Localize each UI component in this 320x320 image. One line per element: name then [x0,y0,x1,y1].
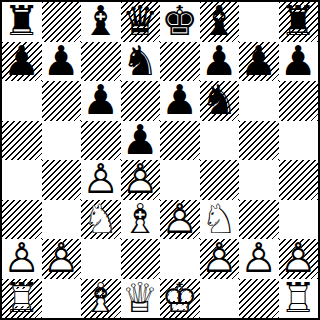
black-pawn[interactable]: ♟ [121,121,161,161]
square-b8[interactable] [42,2,82,42]
square-c1[interactable]: ♝♗ [81,279,121,319]
white-pawn[interactable]: ♟♙ [200,239,240,279]
white-bishop-glyph: ♗ [81,279,121,319]
black-queen[interactable]: ♛ [121,2,161,42]
square-e8[interactable]: ♚ [160,2,200,42]
square-e2[interactable] [160,239,200,279]
white-pawn[interactable]: ♟♙ [239,239,279,279]
square-d7[interactable]: ♞ [121,42,161,82]
black-knight[interactable]: ♞ [121,42,161,82]
black-pawn[interactable]: ♟ [239,42,279,82]
square-e6[interactable]: ♟ [160,81,200,121]
square-g7[interactable]: ♟ [239,42,279,82]
square-g1[interactable] [239,279,279,319]
square-f1[interactable] [200,279,240,319]
white-pawn-glyph: ♙ [81,160,121,200]
square-b6[interactable] [42,81,82,121]
white-pawn[interactable]: ♟♙ [160,200,200,240]
square-h6[interactable] [279,81,319,121]
square-c5[interactable] [81,121,121,161]
black-rook[interactable]: ♜ [279,2,319,42]
chess-board: ♜♝♛♚♝♜♟♟♞♟♟♟♟♟♞♟♟♙♟♙♞♘♝♗♟♙♞♘♟♙♟♙♟♙♟♙♟♙♜♖… [0,0,320,320]
white-rook-glyph: ♖ [279,279,319,319]
square-g8[interactable] [239,2,279,42]
black-pawn[interactable]: ♟ [279,42,319,82]
square-d8[interactable]: ♛ [121,2,161,42]
white-king-glyph: ♔ [160,279,200,319]
white-pawn-glyph: ♙ [200,239,240,279]
white-pawn-glyph: ♙ [2,239,42,279]
square-b7[interactable]: ♟ [42,42,82,82]
white-rook-glyph: ♖ [2,279,42,319]
square-a1[interactable]: ♜♖ [2,279,42,319]
black-king[interactable]: ♚ [160,2,200,42]
white-pawn-glyph: ♙ [121,160,161,200]
white-pawn[interactable]: ♟♙ [121,160,161,200]
square-g5[interactable] [239,121,279,161]
square-h5[interactable] [279,121,319,161]
square-f2[interactable]: ♟♙ [200,239,240,279]
square-f8[interactable]: ♝ [200,2,240,42]
square-c7[interactable] [81,42,121,82]
white-pawn[interactable]: ♟♙ [279,239,319,279]
square-b3[interactable] [42,200,82,240]
black-pawn[interactable]: ♟ [42,42,82,82]
square-g2[interactable]: ♟♙ [239,239,279,279]
white-king[interactable]: ♚♔ [160,279,200,319]
square-a8[interactable]: ♜ [2,2,42,42]
black-bishop[interactable]: ♝ [200,2,240,42]
square-a2[interactable]: ♟♙ [2,239,42,279]
white-pawn-glyph: ♙ [279,239,319,279]
square-g3[interactable] [239,200,279,240]
square-f4[interactable] [200,160,240,200]
square-d1[interactable]: ♛♕ [121,279,161,319]
black-pawn[interactable]: ♟ [160,81,200,121]
square-e3[interactable]: ♟♙ [160,200,200,240]
white-pawn-glyph: ♙ [160,200,200,240]
white-knight[interactable]: ♞♘ [81,200,121,240]
white-pawn[interactable]: ♟♙ [42,239,82,279]
square-h2[interactable]: ♟♙ [279,239,319,279]
square-a7[interactable]: ♟ [2,42,42,82]
square-d6[interactable] [121,81,161,121]
square-c2[interactable] [81,239,121,279]
square-h4[interactable] [279,160,319,200]
white-pawn[interactable]: ♟♙ [2,239,42,279]
square-b1[interactable] [42,279,82,319]
square-c4[interactable]: ♟♙ [81,160,121,200]
square-f3[interactable]: ♞♘ [200,200,240,240]
square-a3[interactable] [2,200,42,240]
square-e5[interactable] [160,121,200,161]
black-bishop[interactable]: ♝ [81,2,121,42]
square-d2[interactable] [121,239,161,279]
white-pawn[interactable]: ♟♙ [81,160,121,200]
square-d4[interactable]: ♟♙ [121,160,161,200]
white-rook[interactable]: ♜♖ [279,279,319,319]
square-a6[interactable] [2,81,42,121]
square-e4[interactable] [160,160,200,200]
square-h3[interactable] [279,200,319,240]
white-queen[interactable]: ♛♕ [121,279,161,319]
square-b4[interactable] [42,160,82,200]
white-pawn-glyph: ♙ [42,239,82,279]
white-bishop-glyph: ♗ [121,200,161,240]
square-d3[interactable]: ♝♗ [121,200,161,240]
square-d5[interactable]: ♟ [121,121,161,161]
black-knight[interactable]: ♞ [200,81,240,121]
square-g4[interactable] [239,160,279,200]
white-bishop[interactable]: ♝♗ [81,279,121,319]
square-e7[interactable] [160,42,200,82]
black-pawn[interactable]: ♟ [2,42,42,82]
square-b5[interactable] [42,121,82,161]
square-c8[interactable]: ♝ [81,2,121,42]
white-rook[interactable]: ♜♖ [2,279,42,319]
square-b2[interactable]: ♟♙ [42,239,82,279]
square-a4[interactable] [2,160,42,200]
black-pawn[interactable]: ♟ [200,42,240,82]
white-queen-glyph: ♕ [121,279,161,319]
white-pawn-glyph: ♙ [239,239,279,279]
square-h7[interactable]: ♟ [279,42,319,82]
square-e1[interactable]: ♚♔ [160,279,200,319]
white-bishop[interactable]: ♝♗ [121,200,161,240]
white-knight-glyph: ♘ [81,200,121,240]
white-knight[interactable]: ♞♘ [200,200,240,240]
square-f5[interactable] [200,121,240,161]
square-c3[interactable]: ♞♘ [81,200,121,240]
square-h8[interactable]: ♜ [279,2,319,42]
square-g6[interactable] [239,81,279,121]
square-c6[interactable]: ♟ [81,81,121,121]
black-pawn[interactable]: ♟ [81,81,121,121]
square-f6[interactable]: ♞ [200,81,240,121]
square-h1[interactable]: ♜♖ [279,279,319,319]
square-a5[interactable] [2,121,42,161]
black-rook[interactable]: ♜ [2,2,42,42]
square-f7[interactable]: ♟ [200,42,240,82]
white-knight-glyph: ♘ [200,200,240,240]
